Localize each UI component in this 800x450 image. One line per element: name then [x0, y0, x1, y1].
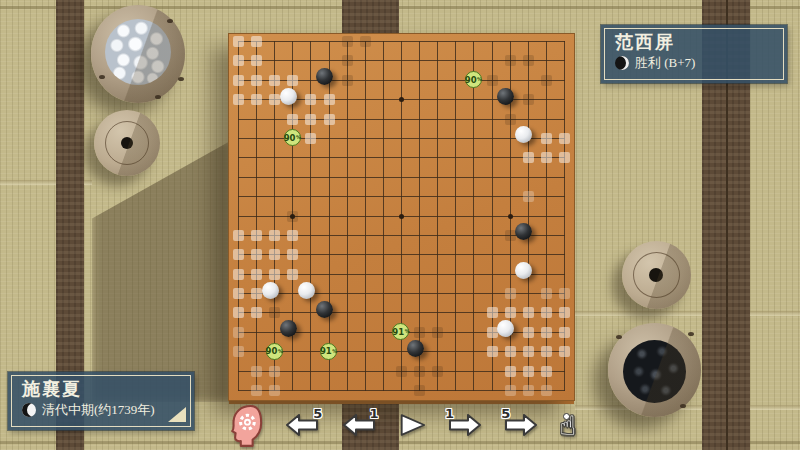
influence-white-square	[233, 269, 244, 280]
influence-white-square	[541, 307, 552, 318]
winrate-badge[interactable]: 91%	[392, 323, 409, 340]
winrate-badge[interactable]: 90%	[266, 343, 283, 360]
influence-black-square	[414, 385, 425, 396]
influence-white-square	[287, 249, 298, 260]
influence-white-square	[541, 366, 552, 377]
influence-white-square	[251, 249, 262, 260]
influence-black-square	[396, 366, 407, 377]
influence-white-square	[269, 75, 280, 86]
influence-white-square	[523, 152, 534, 163]
influence-white-square	[559, 307, 570, 318]
star-point	[399, 214, 404, 219]
grid-line-h	[238, 390, 565, 391]
influence-white-square	[251, 36, 262, 47]
influence-white-square	[559, 152, 570, 163]
influence-white-square	[287, 269, 298, 280]
rim-dot	[99, 75, 105, 79]
pointer-mode-button[interactable]: ☝	[560, 412, 576, 439]
influence-white-square	[505, 288, 516, 299]
influence-white-square	[251, 55, 262, 66]
influence-white-square	[269, 249, 280, 260]
influence-black-square	[342, 36, 353, 47]
black-stone[interactable]	[316, 68, 333, 85]
black-stone[interactable]	[280, 320, 297, 337]
click-ring-icon	[563, 413, 570, 420]
influence-white-square	[233, 230, 244, 241]
star-point	[399, 97, 404, 102]
influence-white-square	[251, 288, 262, 299]
influence-white-square	[233, 94, 244, 105]
influence-white-square	[523, 307, 534, 318]
influence-white-square	[251, 94, 262, 105]
forward-5-button[interactable]: 5	[503, 412, 539, 438]
influence-white-square	[287, 75, 298, 86]
influence-white-square	[269, 94, 280, 105]
head-icon	[232, 406, 261, 446]
panel-inner: 施襄夏 清代中期(约1739年)	[11, 375, 191, 427]
influence-white-square	[233, 327, 244, 338]
replay-controls: 5 1 1 5 ☝	[228, 403, 576, 447]
influence-white-square	[487, 307, 498, 318]
influence-white-square	[233, 36, 244, 47]
influence-white-square	[233, 55, 244, 66]
influence-white-square	[523, 346, 534, 357]
influence-white-square	[251, 75, 262, 86]
black-bowl-lid	[622, 241, 691, 309]
arrow-left-icon	[284, 412, 320, 438]
influence-black-square	[541, 75, 552, 86]
influence-white-square	[487, 327, 498, 338]
rim-dot	[167, 19, 173, 23]
influence-black-square	[487, 75, 498, 86]
influence-black-square	[432, 366, 443, 377]
white-stone[interactable]	[515, 262, 532, 279]
influence-white-square	[251, 230, 262, 241]
influence-white-square	[233, 75, 244, 86]
influence-black-square	[414, 366, 425, 377]
influence-black-square	[523, 55, 534, 66]
grid-line-v	[492, 41, 493, 391]
player-result: 胜利 (B+7)	[635, 54, 695, 72]
lid-shade	[622, 241, 691, 309]
influence-white-square	[559, 288, 570, 299]
influence-black-square	[505, 230, 516, 241]
grid-line-v	[419, 41, 420, 391]
forward-1-button[interactable]: 1	[447, 412, 483, 438]
grid-line-v	[473, 41, 474, 391]
rim-dot	[680, 404, 686, 408]
influence-white-square	[269, 269, 280, 280]
play-icon	[397, 412, 427, 438]
influence-white-square	[541, 385, 552, 396]
influence-white-square	[523, 366, 534, 377]
influence-black-square	[360, 36, 371, 47]
influence-black-square	[342, 75, 353, 86]
influence-white-square	[305, 94, 316, 105]
influence-white-square	[559, 133, 570, 144]
rim-dot	[178, 77, 184, 81]
rim-dot	[155, 95, 161, 99]
rim-dot	[616, 335, 622, 339]
influence-white-square	[287, 230, 298, 241]
influence-white-square	[523, 327, 534, 338]
player-panel-bottom-left: 施襄夏 清代中期(约1739年)	[8, 372, 194, 430]
influence-white-square	[269, 366, 280, 377]
influence-white-square	[269, 385, 280, 396]
ai-analysis-button[interactable]	[228, 403, 264, 447]
influence-white-square	[251, 307, 262, 318]
black-stone[interactable]	[316, 301, 333, 318]
influence-white-square	[505, 366, 516, 377]
player-name: 施襄夏	[22, 378, 180, 400]
white-stone[interactable]	[262, 282, 279, 299]
influence-white-square	[233, 346, 244, 357]
influence-white-square	[505, 346, 516, 357]
grid-line-h	[238, 351, 565, 352]
influence-white-square	[541, 288, 552, 299]
influence-white-square	[523, 385, 534, 396]
influence-white-square	[305, 133, 316, 144]
winrate-badge[interactable]: 91%	[320, 343, 337, 360]
back-1-button[interactable]: 1	[341, 412, 377, 438]
go-board[interactable]: 90%90%90%91%91%	[228, 33, 575, 401]
influence-white-square	[287, 114, 298, 125]
arrow-right-icon	[447, 412, 483, 438]
influence-white-square	[559, 346, 570, 357]
influence-white-square	[541, 133, 552, 144]
white-stone-icon	[22, 403, 36, 417]
influence-white-square	[233, 249, 244, 260]
influence-black-square	[505, 114, 516, 125]
grid-line-v	[546, 41, 547, 391]
influence-white-square	[487, 346, 498, 357]
white-stone-bowl	[91, 5, 185, 103]
influence-white-square	[505, 385, 516, 396]
player-name: 范西屏	[615, 31, 773, 53]
influence-black-square	[414, 327, 425, 338]
influence-white-square	[523, 191, 534, 202]
influence-white-square	[305, 114, 316, 125]
influence-white-square	[541, 327, 552, 338]
lid-shade	[94, 110, 160, 176]
black-stone[interactable]	[407, 340, 424, 357]
influence-white-square	[251, 385, 262, 396]
influence-black-square	[287, 211, 298, 222]
player-era: 清代中期(约1739年)	[42, 401, 155, 419]
influence-black-square	[523, 94, 534, 105]
influence-white-square	[541, 152, 552, 163]
influence-white-square	[269, 230, 280, 241]
grid-line-v	[437, 41, 438, 391]
white-stone[interactable]	[298, 282, 315, 299]
influence-black-square	[342, 55, 353, 66]
influence-white-square	[251, 269, 262, 280]
board-shadow	[92, 140, 232, 402]
panel-fold-corner[interactable]	[168, 407, 186, 422]
play-button[interactable]	[397, 412, 427, 438]
tatami-seam-right-lower	[575, 405, 800, 410]
arrow-left-icon	[341, 412, 377, 438]
back-5-button[interactable]: 5	[284, 412, 320, 438]
rim-dot	[688, 332, 694, 336]
white-stone[interactable]	[280, 88, 297, 105]
black-stone-icon	[615, 56, 629, 70]
influence-black-square	[432, 327, 443, 338]
grid-line-v	[455, 41, 456, 391]
influence-white-square	[233, 288, 244, 299]
influence-white-square	[251, 366, 262, 377]
influence-white-square	[233, 307, 244, 318]
influence-white-square	[559, 327, 570, 338]
influence-black-square	[269, 307, 280, 318]
white-bowl-lid	[94, 110, 160, 176]
white-stone[interactable]	[515, 126, 532, 143]
influence-white-square	[505, 307, 516, 318]
star-point	[508, 214, 513, 219]
grid-line-v	[564, 41, 565, 391]
white-stone[interactable]	[497, 320, 514, 337]
grid-line-h	[238, 312, 565, 313]
grid-line-h	[238, 293, 565, 294]
arrow-right-icon	[503, 412, 539, 438]
black-stone-bowl	[608, 323, 701, 417]
panel-inner: 范西屏 胜利 (B+7)	[604, 28, 784, 80]
influence-white-square	[324, 114, 335, 125]
influence-white-square	[541, 346, 552, 357]
winrate-badge[interactable]: 90%	[465, 71, 482, 88]
winrate-badge[interactable]: 90%	[284, 129, 301, 146]
tatami-seam-right-upper	[575, 311, 800, 316]
black-stone[interactable]	[497, 88, 514, 105]
player-panel-top-right: 范西屏 胜利 (B+7)	[601, 25, 787, 83]
influence-black-square	[505, 55, 516, 66]
black-stone[interactable]	[515, 223, 532, 240]
influence-white-square	[324, 94, 335, 105]
